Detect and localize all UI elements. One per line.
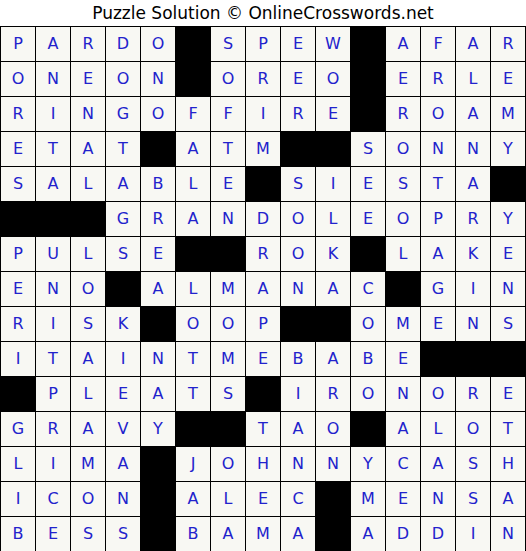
cell-r12c15: T (491, 412, 526, 447)
cell-r9c13: E (421, 307, 456, 342)
cell-r13c12: C (386, 447, 421, 482)
cell-r2c9: E (281, 62, 316, 97)
cell-r13c9: N (281, 447, 316, 482)
block-r1c11 (351, 27, 386, 62)
cell-r12c13: L (421, 412, 456, 447)
cell-r2c1: O (1, 62, 36, 97)
cell-r2c3: E (71, 62, 106, 97)
cell-r5c13: T (421, 167, 456, 202)
cell-r1c3: R (71, 27, 106, 62)
cell-r1c14: A (456, 27, 491, 62)
cell-r9c6: O (176, 307, 211, 342)
cell-r3c6: F (176, 97, 211, 132)
cell-r10c12: E (386, 342, 421, 377)
block-r9c5 (141, 307, 176, 342)
block-r7c11 (351, 237, 386, 272)
cell-r11c7: S (211, 377, 246, 412)
cell-r15c11: A (351, 517, 386, 551)
block-r14c5 (141, 482, 176, 517)
cell-r5c5: B (141, 167, 176, 202)
cell-r15c13: D (421, 517, 456, 551)
cell-r7c14: K (456, 237, 491, 272)
cell-r9c14: N (456, 307, 491, 342)
cell-r8c14: I (456, 272, 491, 307)
cell-r12c14: O (456, 412, 491, 447)
cell-r9c12: M (386, 307, 421, 342)
cell-r15c8: M (246, 517, 281, 551)
cell-r11c15: E (491, 377, 526, 412)
cell-r4c15: Y (491, 132, 526, 167)
cell-r4c6: A (176, 132, 211, 167)
cell-r13c13: A (421, 447, 456, 482)
cell-r8c5: A (141, 272, 176, 307)
cell-r13c14: S (456, 447, 491, 482)
cell-r5c7: E (211, 167, 246, 202)
cell-r2c7: O (211, 62, 246, 97)
cell-r6c14: R (456, 202, 491, 237)
block-r14c10 (316, 482, 351, 517)
cell-r6c15: Y (491, 202, 526, 237)
cell-r11c5: A (141, 377, 176, 412)
cell-r11c2: P (36, 377, 71, 412)
block-r5c15 (491, 167, 526, 202)
cell-r8c1: E (1, 272, 36, 307)
cell-r11c9: I (281, 377, 316, 412)
cell-r2c2: N (36, 62, 71, 97)
cell-r2c4: O (106, 62, 141, 97)
cell-r11c11: O (351, 377, 386, 412)
block-r2c6 (176, 62, 211, 97)
cell-r3c4: G (106, 97, 141, 132)
cell-r5c10: I (316, 167, 351, 202)
block-r8c12 (386, 272, 421, 307)
cell-r4c7: T (211, 132, 246, 167)
cell-r10c7: M (211, 342, 246, 377)
cell-r15c6: B (176, 517, 211, 551)
cell-r3c12: R (386, 97, 421, 132)
cell-r14c9: C (281, 482, 316, 517)
cell-r10c11: B (351, 342, 386, 377)
cell-r9c7: O (211, 307, 246, 342)
cell-r7c1: P (1, 237, 36, 272)
cell-r9c1: R (1, 307, 36, 342)
cell-r14c8: E (246, 482, 281, 517)
block-r10c14 (456, 342, 491, 377)
cell-r1c13: F (421, 27, 456, 62)
cell-r9c8: P (246, 307, 281, 342)
cell-r13c4: A (106, 447, 141, 482)
crossword-grid: PARDOSPEWAFARONEONOREOERLERINGOFFIREROAM… (0, 26, 526, 551)
cell-r3c15: M (491, 97, 526, 132)
cell-r3c10: E (316, 97, 351, 132)
cell-r8c6: L (176, 272, 211, 307)
cell-r10c3: A (71, 342, 106, 377)
cell-r8c8: A (246, 272, 281, 307)
cell-r2c12: E (386, 62, 421, 97)
cell-r4c2: T (36, 132, 71, 167)
block-r7c7 (211, 237, 246, 272)
cell-r7c3: L (71, 237, 106, 272)
cell-r15c14: I (456, 517, 491, 551)
cell-r13c2: I (36, 447, 71, 482)
cell-r7c5: E (141, 237, 176, 272)
cell-r13c6: J (176, 447, 211, 482)
cell-r3c1: R (1, 97, 36, 132)
cell-r4c4: T (106, 132, 141, 167)
cell-r14c11: M (351, 482, 386, 517)
block-r6c2 (36, 202, 71, 237)
cell-r6c7: N (211, 202, 246, 237)
cell-r6c4: G (106, 202, 141, 237)
cell-r1c5: O (141, 27, 176, 62)
cell-r13c3: M (71, 447, 106, 482)
cell-r1c2: A (36, 27, 71, 62)
cell-r10c2: T (36, 342, 71, 377)
cell-r13c8: H (246, 447, 281, 482)
cell-r5c2: A (36, 167, 71, 202)
cell-r10c4: I (106, 342, 141, 377)
cell-r5c12: S (386, 167, 421, 202)
cell-r14c6: A (176, 482, 211, 517)
cell-r15c15: N (491, 517, 526, 551)
cell-r9c3: S (71, 307, 106, 342)
cell-r6c9: O (281, 202, 316, 237)
cell-r8c13: G (421, 272, 456, 307)
cell-r10c6: T (176, 342, 211, 377)
block-r12c7 (211, 412, 246, 447)
cell-r8c7: M (211, 272, 246, 307)
cell-r5c11: E (351, 167, 386, 202)
cell-r8c9: N (281, 272, 316, 307)
cell-r1c4: D (106, 27, 141, 62)
cell-r3c13: O (421, 97, 456, 132)
cell-r4c3: A (71, 132, 106, 167)
cell-r1c9: E (281, 27, 316, 62)
cell-r13c15: H (491, 447, 526, 482)
cell-r12c12: A (386, 412, 421, 447)
cell-r2c14: L (456, 62, 491, 97)
cell-r9c4: K (106, 307, 141, 342)
cell-r3c14: A (456, 97, 491, 132)
cell-r15c7: A (211, 517, 246, 551)
cell-r14c1: I (1, 482, 36, 517)
block-r2c11 (351, 62, 386, 97)
cell-r12c2: R (36, 412, 71, 447)
cell-r9c11: O (351, 307, 386, 342)
cell-r3c7: F (211, 97, 246, 132)
cell-r11c13: O (421, 377, 456, 412)
cell-r6c5: R (141, 202, 176, 237)
block-r15c5 (141, 517, 176, 551)
cell-r15c1: B (1, 517, 36, 551)
cell-r11c10: R (316, 377, 351, 412)
cell-r8c11: C (351, 272, 386, 307)
cell-r10c9: B (281, 342, 316, 377)
cell-r5c4: A (106, 167, 141, 202)
cell-r5c3: L (71, 167, 106, 202)
cell-r6c12: O (386, 202, 421, 237)
page-title: Puzzle Solution © OnlineCrosswords.net (0, 0, 526, 26)
cell-r2c5: N (141, 62, 176, 97)
cell-r14c12: E (386, 482, 421, 517)
cell-r6c8: D (246, 202, 281, 237)
cell-r4c1: E (1, 132, 36, 167)
cell-r1c12: A (386, 27, 421, 62)
cell-r12c8: T (246, 412, 281, 447)
cell-r2c15: E (491, 62, 526, 97)
cell-r4c13: N (421, 132, 456, 167)
cell-r11c6: T (176, 377, 211, 412)
block-r12c6 (176, 412, 211, 447)
cell-r13c1: L (1, 447, 36, 482)
cell-r10c10: A (316, 342, 351, 377)
cell-r9c2: I (36, 307, 71, 342)
cell-r7c12: L (386, 237, 421, 272)
block-r9c10 (316, 307, 351, 342)
cell-r11c4: E (106, 377, 141, 412)
block-r1c6 (176, 27, 211, 62)
cell-r3c9: R (281, 97, 316, 132)
cell-r11c12: N (386, 377, 421, 412)
block-r10c13 (421, 342, 456, 377)
cell-r1c7: S (211, 27, 246, 62)
cell-r2c13: R (421, 62, 456, 97)
cell-r1c8: P (246, 27, 281, 62)
cell-r13c11: Y (351, 447, 386, 482)
cell-r2c10: O (316, 62, 351, 97)
cell-r8c15: N (491, 272, 526, 307)
cell-r12c3: A (71, 412, 106, 447)
cell-r8c2: N (36, 272, 71, 307)
cell-r4c11: S (351, 132, 386, 167)
cell-r12c9: A (281, 412, 316, 447)
cell-r10c1: I (1, 342, 36, 377)
cell-r6c6: A (176, 202, 211, 237)
cell-r7c10: K (316, 237, 351, 272)
cell-r3c8: I (246, 97, 281, 132)
cell-r1c1: P (1, 27, 36, 62)
cell-r1c15: R (491, 27, 526, 62)
cell-r1c10: W (316, 27, 351, 62)
block-r12c11 (351, 412, 386, 447)
cell-r7c15: E (491, 237, 526, 272)
cell-r12c4: V (106, 412, 141, 447)
cell-r15c3: S (71, 517, 106, 551)
block-r9c9 (281, 307, 316, 342)
cell-r7c9: O (281, 237, 316, 272)
block-r4c10 (316, 132, 351, 167)
block-r4c5 (141, 132, 176, 167)
cell-r15c2: E (36, 517, 71, 551)
cell-r13c10: N (316, 447, 351, 482)
block-r7c6 (176, 237, 211, 272)
cell-r2c8: R (246, 62, 281, 97)
cell-r7c8: R (246, 237, 281, 272)
cell-r6c11: E (351, 202, 386, 237)
cell-r14c4: N (106, 482, 141, 517)
cell-r14c13: N (421, 482, 456, 517)
block-r10c15 (491, 342, 526, 377)
cell-r15c4: S (106, 517, 141, 551)
cell-r6c13: P (421, 202, 456, 237)
cell-r14c2: C (36, 482, 71, 517)
cell-r5c9: S (281, 167, 316, 202)
cell-r5c14: A (456, 167, 491, 202)
block-r6c1 (1, 202, 36, 237)
cell-r14c15: A (491, 482, 526, 517)
cell-r7c2: U (36, 237, 71, 272)
block-r11c1 (1, 377, 36, 412)
block-r11c8 (246, 377, 281, 412)
cell-r4c12: O (386, 132, 421, 167)
cell-r6c10: L (316, 202, 351, 237)
cell-r10c5: N (141, 342, 176, 377)
cell-r14c7: L (211, 482, 246, 517)
puzzle-solution-page: Puzzle Solution © OnlineCrosswords.net P… (0, 0, 526, 551)
cell-r12c5: Y (141, 412, 176, 447)
cell-r5c6: L (176, 167, 211, 202)
cell-r3c2: I (36, 97, 71, 132)
cell-r9c15: S (491, 307, 526, 342)
cell-r3c5: O (141, 97, 176, 132)
cell-r14c14: S (456, 482, 491, 517)
cell-r7c13: A (421, 237, 456, 272)
block-r8c4 (106, 272, 141, 307)
cell-r7c4: S (106, 237, 141, 272)
cell-r12c1: G (1, 412, 36, 447)
cell-r4c8: M (246, 132, 281, 167)
cell-r12c10: O (316, 412, 351, 447)
cell-r10c8: E (246, 342, 281, 377)
cell-r14c3: O (71, 482, 106, 517)
cell-r5c1: S (1, 167, 36, 202)
cell-r4c14: N (456, 132, 491, 167)
cell-r8c10: A (316, 272, 351, 307)
cell-r13c7: O (211, 447, 246, 482)
cell-r3c3: N (71, 97, 106, 132)
cell-r15c9: A (281, 517, 316, 551)
block-r13c5 (141, 447, 176, 482)
cell-r11c3: L (71, 377, 106, 412)
block-r6c3 (71, 202, 106, 237)
cell-r15c12: D (386, 517, 421, 551)
block-r15c10 (316, 517, 351, 551)
block-r5c8 (246, 167, 281, 202)
block-r3c11 (351, 97, 386, 132)
block-r4c9 (281, 132, 316, 167)
cell-r11c14: R (456, 377, 491, 412)
cell-r8c3: O (71, 272, 106, 307)
